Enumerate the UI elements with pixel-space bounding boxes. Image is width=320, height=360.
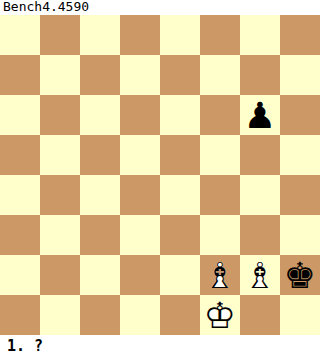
square-d5[interactable] [120, 135, 160, 175]
square-h1[interactable] [280, 295, 320, 335]
piece-outline: ♗ [200, 255, 240, 295]
square-g8[interactable] [240, 15, 280, 55]
white-bishop[interactable]: ♝♗ [200, 255, 240, 295]
square-h5[interactable] [280, 135, 320, 175]
square-g2[interactable]: ♝♗ [240, 255, 280, 295]
square-b6[interactable] [40, 95, 80, 135]
square-b2[interactable] [40, 255, 80, 295]
square-c5[interactable] [80, 135, 120, 175]
piece-glyph-stack: ♝♗ [240, 255, 280, 295]
square-d7[interactable] [120, 55, 160, 95]
square-e5[interactable] [160, 135, 200, 175]
square-e4[interactable] [160, 175, 200, 215]
square-b4[interactable] [40, 175, 80, 215]
black-king[interactable]: ♚ [280, 255, 320, 295]
square-b7[interactable] [40, 55, 80, 95]
piece-glyph-stack: ♝♗ [200, 255, 240, 295]
square-g5[interactable] [240, 135, 280, 175]
square-h7[interactable] [280, 55, 320, 95]
piece-outline: ♔ [200, 295, 240, 335]
square-e8[interactable] [160, 15, 200, 55]
square-c2[interactable] [80, 255, 120, 295]
square-a6[interactable] [0, 95, 40, 135]
square-b8[interactable] [40, 15, 80, 55]
square-f2[interactable]: ♝♗ [200, 255, 240, 295]
square-e7[interactable] [160, 55, 200, 95]
square-d6[interactable] [120, 95, 160, 135]
chess-board: ♟♝♗♝♗♚♚♔ [0, 15, 320, 335]
square-a2[interactable] [0, 255, 40, 295]
square-d1[interactable] [120, 295, 160, 335]
square-g6[interactable]: ♟ [240, 95, 280, 135]
square-a4[interactable] [0, 175, 40, 215]
square-f5[interactable] [200, 135, 240, 175]
square-f6[interactable] [200, 95, 240, 135]
square-h4[interactable] [280, 175, 320, 215]
square-e6[interactable] [160, 95, 200, 135]
square-f8[interactable] [200, 15, 240, 55]
square-d3[interactable] [120, 215, 160, 255]
square-f4[interactable] [200, 175, 240, 215]
black-pawn[interactable]: ♟ [240, 95, 280, 135]
square-g3[interactable] [240, 215, 280, 255]
square-c6[interactable] [80, 95, 120, 135]
square-h3[interactable] [280, 215, 320, 255]
square-g4[interactable] [240, 175, 280, 215]
square-a7[interactable] [0, 55, 40, 95]
square-d4[interactable] [120, 175, 160, 215]
square-b3[interactable] [40, 215, 80, 255]
square-f1[interactable]: ♚♔ [200, 295, 240, 335]
window-title: Bench4.4590 [0, 0, 320, 15]
square-h8[interactable] [280, 15, 320, 55]
square-e2[interactable] [160, 255, 200, 295]
square-a1[interactable] [0, 295, 40, 335]
square-h2[interactable]: ♚ [280, 255, 320, 295]
square-c4[interactable] [80, 175, 120, 215]
square-a5[interactable] [0, 135, 40, 175]
square-h6[interactable] [280, 95, 320, 135]
piece-glyph-stack: ♚♔ [200, 295, 240, 335]
square-f7[interactable] [200, 55, 240, 95]
move-prompt: 1. ? [0, 335, 320, 360]
square-d8[interactable] [120, 15, 160, 55]
piece-outline: ♗ [240, 255, 280, 295]
piece-glyph: ♟ [240, 95, 280, 135]
piece-glyph-stack: ♚ [280, 255, 320, 295]
white-bishop[interactable]: ♝♗ [240, 255, 280, 295]
square-c3[interactable] [80, 215, 120, 255]
square-a3[interactable] [0, 215, 40, 255]
square-f3[interactable] [200, 215, 240, 255]
piece-glyph: ♚ [280, 255, 320, 295]
square-e3[interactable] [160, 215, 200, 255]
square-b1[interactable] [40, 295, 80, 335]
square-g1[interactable] [240, 295, 280, 335]
square-e1[interactable] [160, 295, 200, 335]
square-a8[interactable] [0, 15, 40, 55]
square-c7[interactable] [80, 55, 120, 95]
square-c8[interactable] [80, 15, 120, 55]
square-c1[interactable] [80, 295, 120, 335]
square-g7[interactable] [240, 55, 280, 95]
white-king[interactable]: ♚♔ [200, 295, 240, 335]
square-d2[interactable] [120, 255, 160, 295]
square-b5[interactable] [40, 135, 80, 175]
piece-glyph-stack: ♟ [240, 95, 280, 135]
